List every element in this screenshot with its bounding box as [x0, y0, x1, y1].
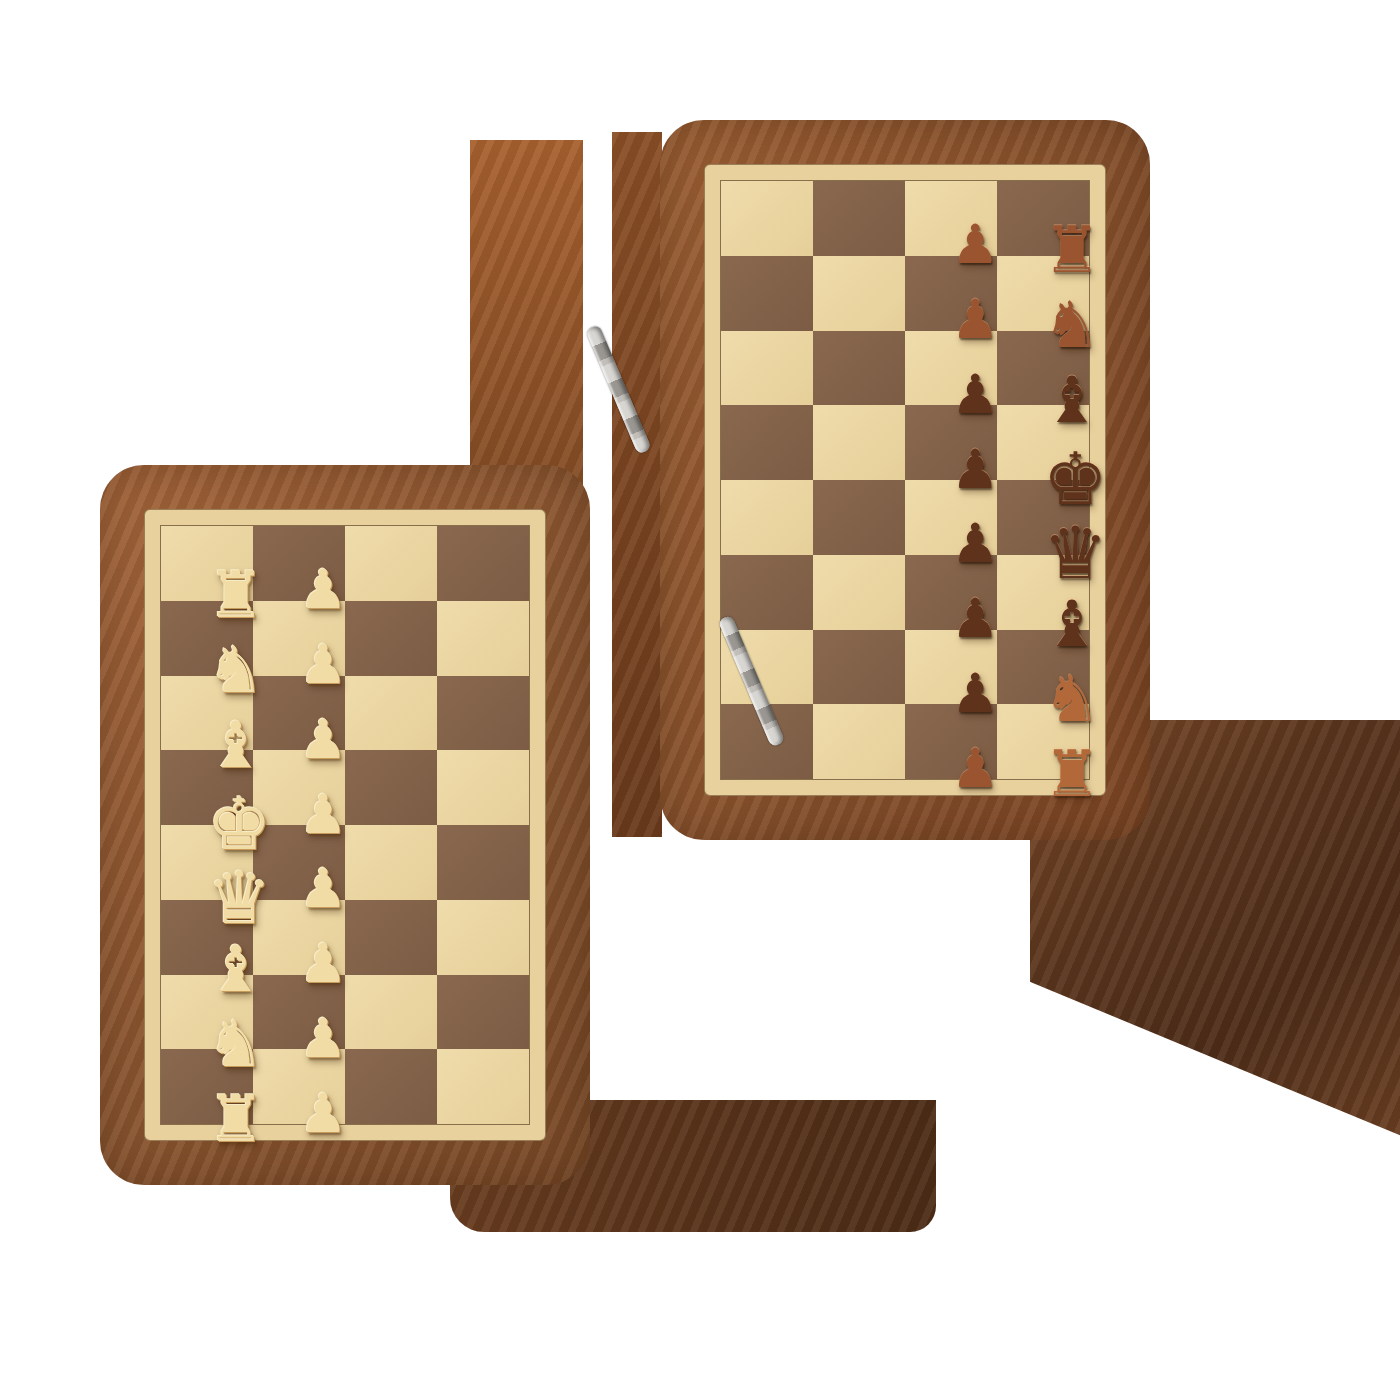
piece-dark-pawn: ♟ — [951, 667, 999, 721]
square — [721, 405, 813, 480]
square — [813, 181, 905, 256]
square: ♜ — [161, 526, 253, 601]
square — [437, 750, 529, 825]
piece-dark-pawn: ♟ — [951, 742, 999, 796]
square — [813, 630, 905, 705]
right-half-hinge-side-face — [612, 132, 662, 837]
piece-dark-pawn: ♟ — [951, 218, 999, 272]
square — [721, 256, 813, 331]
square — [345, 526, 437, 601]
square — [721, 480, 813, 555]
square — [345, 601, 437, 676]
square — [721, 181, 813, 256]
product-photo-scene: ♟♜♟♞♟♝♟♚♟♛♟♝♟♞♟♜ ♜♟♞♟♝♟♚♟♛♟♝♟♞♟♜♟ — [0, 0, 1400, 1400]
piece-white-pawn: ♟ — [299, 862, 347, 916]
piece-white-pawn: ♟ — [299, 713, 347, 767]
square — [813, 405, 905, 480]
square — [721, 555, 813, 630]
square — [345, 900, 437, 975]
square — [437, 676, 529, 751]
square — [345, 750, 437, 825]
square — [437, 975, 529, 1050]
square — [437, 601, 529, 676]
piece-dark-queen: ♛ — [1043, 517, 1108, 589]
piece-white-pawn: ♟ — [299, 1012, 347, 1066]
square — [437, 1049, 529, 1124]
piece-white-pawn: ♟ — [299, 638, 347, 692]
piece-dark-pawn: ♟ — [951, 368, 999, 422]
piece-dark-pawn: ♟ — [951, 293, 999, 347]
piece-dark-king: ♚ — [1043, 443, 1108, 515]
square — [813, 704, 905, 779]
square — [345, 676, 437, 751]
square — [437, 526, 529, 601]
board-half-right: ♟♜♟♞♟♝♟♚♟♛♟♝♟♞♟♜ — [660, 120, 1150, 840]
piece-white-pawn: ♟ — [299, 937, 347, 991]
piece-white-knight: ♞ — [207, 1012, 264, 1076]
piece-dark-rook: ♜ — [1043, 218, 1100, 282]
square — [345, 825, 437, 900]
square — [437, 900, 529, 975]
piece-dark-bishop: ♝ — [1043, 368, 1100, 432]
square — [437, 825, 529, 900]
piece-white-knight: ♞ — [207, 638, 264, 702]
piece-white-queen: ♛ — [207, 862, 272, 934]
square: ♟ — [905, 181, 997, 256]
square — [813, 480, 905, 555]
piece-dark-bishop: ♝ — [1043, 592, 1100, 656]
piece-white-pawn: ♟ — [299, 788, 347, 842]
square: ♟ — [253, 526, 345, 601]
piece-dark-pawn: ♟ — [951, 517, 999, 571]
piece-white-rook: ♜ — [207, 563, 264, 627]
piece-dark-knight: ♞ — [1043, 293, 1100, 357]
piece-white-bishop: ♝ — [207, 937, 264, 1001]
piece-dark-pawn: ♟ — [951, 592, 999, 646]
piece-white-pawn: ♟ — [299, 563, 347, 617]
piece-white-pawn: ♟ — [299, 1087, 347, 1141]
piece-white-king: ♚ — [207, 788, 272, 860]
square — [721, 331, 813, 406]
piece-dark-pawn: ♟ — [951, 443, 999, 497]
square — [345, 975, 437, 1050]
left-half-grid: ♜♟♞♟♝♟♚♟♛♟♝♟♞♟♜♟ — [160, 525, 530, 1125]
square — [813, 555, 905, 630]
square — [813, 331, 905, 406]
square: ♜ — [997, 181, 1089, 256]
board-half-left: ♜♟♞♟♝♟♚♟♛♟♝♟♞♟♜♟ — [100, 465, 590, 1185]
piece-white-bishop: ♝ — [207, 713, 264, 777]
right-half-grid: ♟♜♟♞♟♝♟♚♟♛♟♝♟♞♟♜ — [720, 180, 1090, 780]
square — [813, 256, 905, 331]
piece-white-rook: ♜ — [207, 1087, 264, 1151]
piece-dark-knight: ♞ — [1043, 667, 1100, 731]
piece-dark-rook: ♜ — [1043, 742, 1100, 806]
square — [345, 1049, 437, 1124]
